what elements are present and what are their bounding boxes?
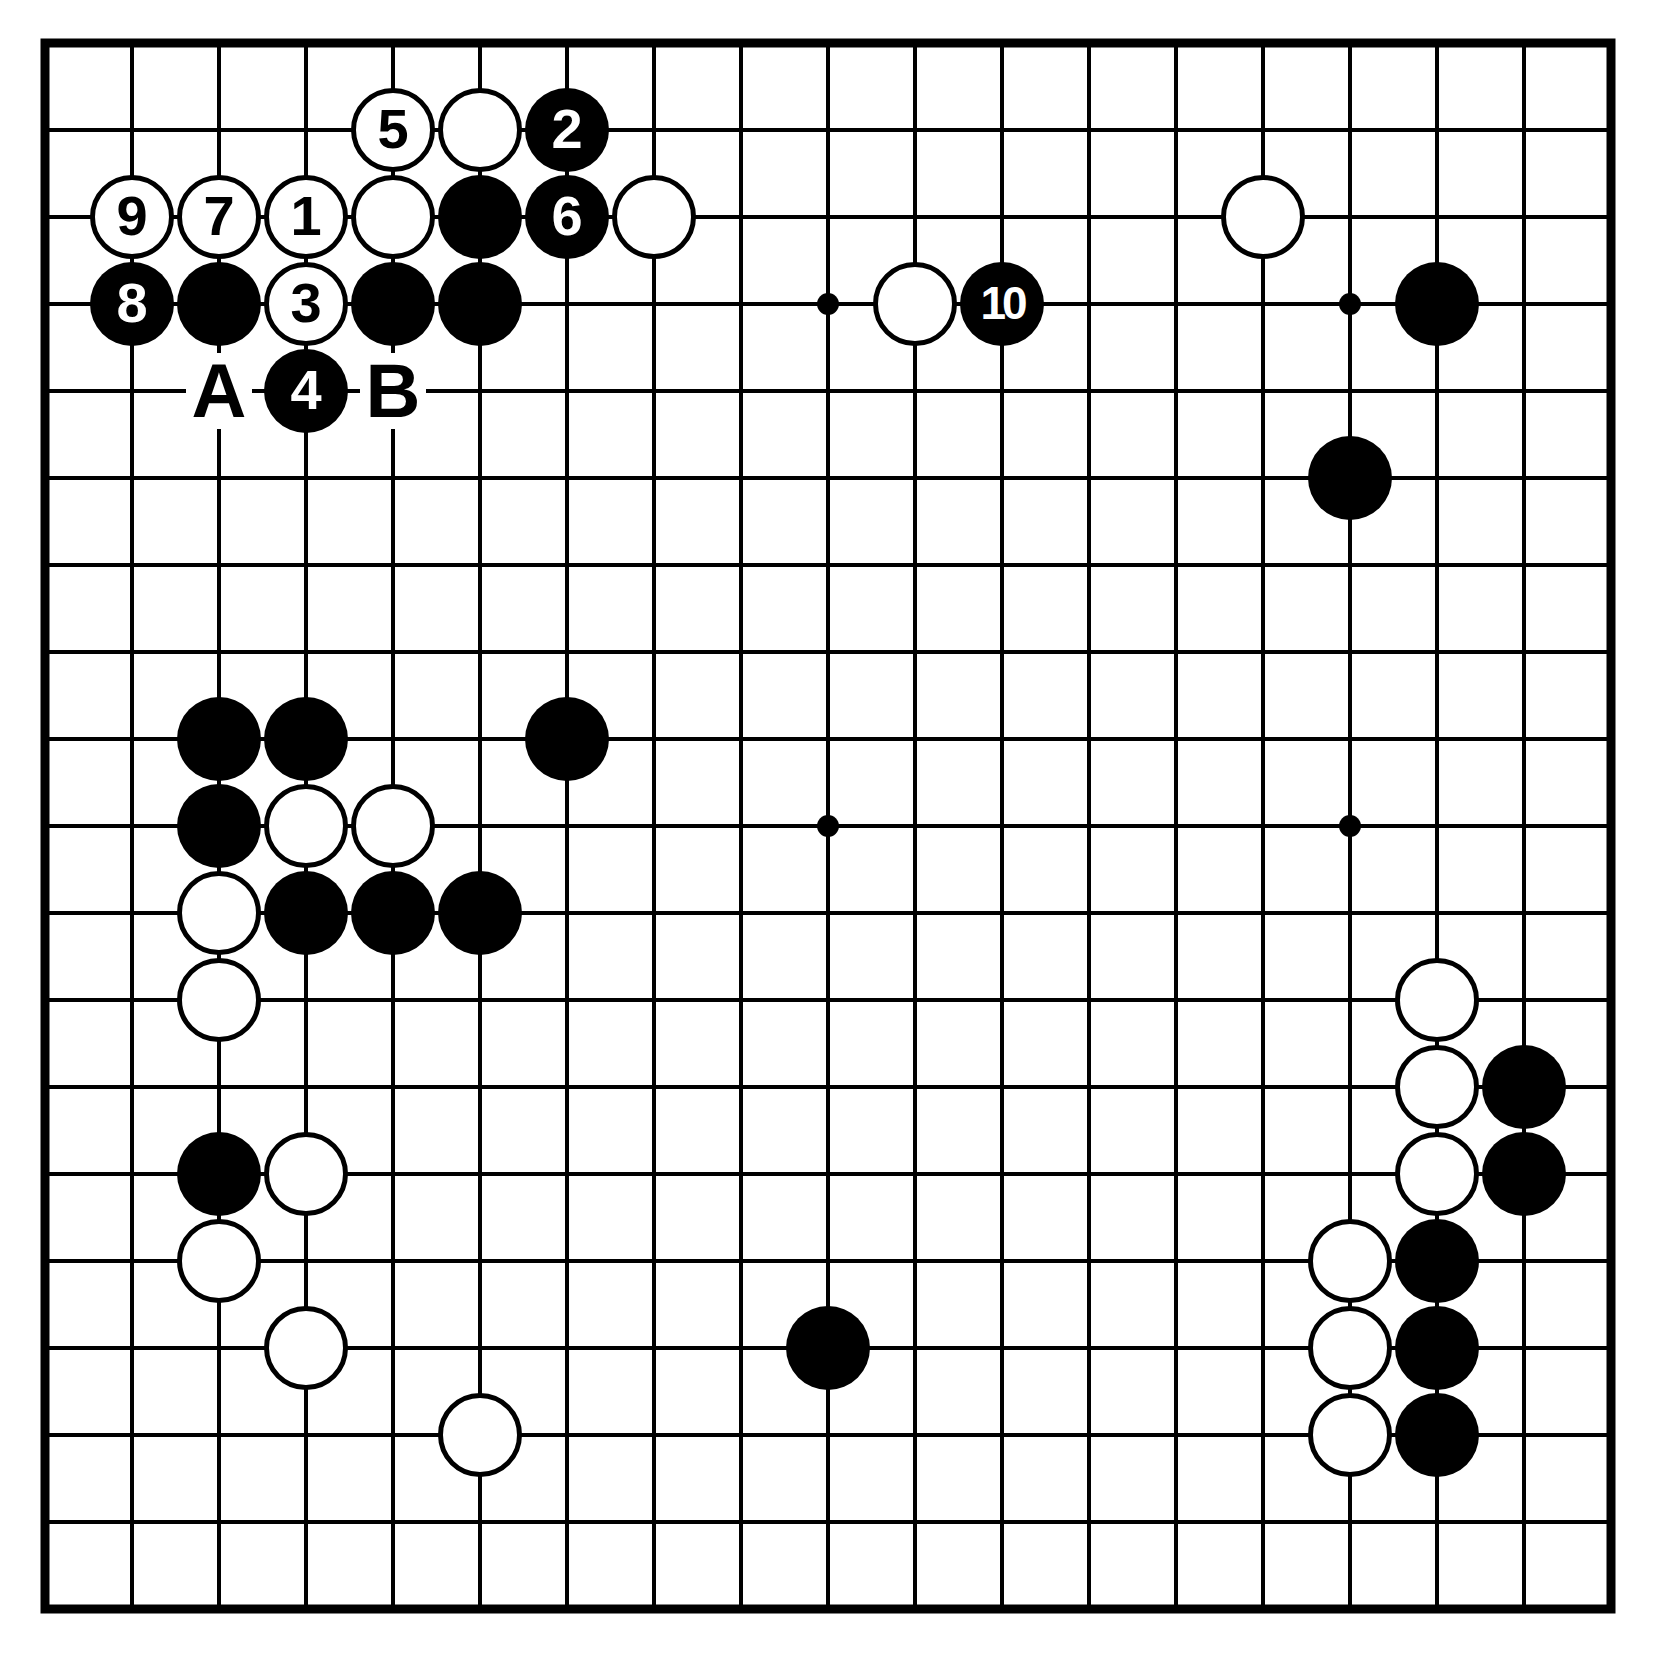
board-point-c13r4[interactable] <box>1046 261 1133 348</box>
board-point-c1r16[interactable] <box>2 1305 89 1392</box>
board-point-c1r6[interactable] <box>2 435 89 522</box>
board-point-c3r13[interactable] <box>176 1044 263 1131</box>
board-point-c16r9[interactable] <box>1307 696 1394 783</box>
board-point-c10r19[interactable] <box>785 1566 872 1653</box>
board-point-c17r6[interactable] <box>1394 435 1481 522</box>
board-point-c15r15[interactable] <box>1220 1218 1307 1305</box>
board-point-c15r12[interactable] <box>1220 957 1307 1044</box>
board-point-c12r11[interactable] <box>959 870 1046 957</box>
board-point-c18r7[interactable] <box>1481 522 1568 609</box>
board-point-c8r4[interactable] <box>611 261 698 348</box>
board-point-c14r5[interactable] <box>1133 348 1220 435</box>
board-point-c12r8[interactable] <box>959 609 1046 696</box>
board-point-c14r12[interactable] <box>1133 957 1220 1044</box>
board-point-c13r7[interactable] <box>1046 522 1133 609</box>
board-point-c6r5[interactable] <box>437 348 524 435</box>
board-point-c19r13[interactable] <box>1568 1044 1653 1131</box>
board-point-c11r11[interactable] <box>872 870 959 957</box>
board-point-c10r5[interactable] <box>785 348 872 435</box>
board-point-c9r19[interactable] <box>698 1566 785 1653</box>
board-point-c2r16[interactable] <box>89 1305 176 1392</box>
board-point-c1r3[interactable] <box>2 174 89 261</box>
board-point-c17r3[interactable] <box>1394 174 1481 261</box>
board-point-c17r9[interactable] <box>1394 696 1481 783</box>
board-point-c2r7[interactable] <box>89 522 176 609</box>
board-point-c14r9[interactable] <box>1133 696 1220 783</box>
board-point-c16r11[interactable] <box>1307 870 1394 957</box>
board-point-c11r9[interactable] <box>872 696 959 783</box>
board-point-c13r11[interactable] <box>1046 870 1133 957</box>
board-point-c16r14[interactable] <box>1307 1131 1394 1218</box>
board-point-c1r2[interactable] <box>2 87 89 174</box>
board-point-c2r2[interactable] <box>89 87 176 174</box>
board-point-c7r14[interactable] <box>524 1131 611 1218</box>
board-point-c7r16[interactable] <box>524 1305 611 1392</box>
board-point-c16r3[interactable] <box>1307 174 1394 261</box>
board-point-c6r1[interactable] <box>437 0 524 87</box>
board-point-c15r14[interactable] <box>1220 1131 1307 1218</box>
board-point-c10r4[interactable] <box>785 261 872 348</box>
board-point-c4r17[interactable] <box>263 1392 350 1479</box>
board-point-c9r7[interactable] <box>698 522 785 609</box>
board-point-c5r13[interactable] <box>350 1044 437 1131</box>
board-point-c14r1[interactable] <box>1133 0 1220 87</box>
board-point-c9r6[interactable] <box>698 435 785 522</box>
board-point-c19r18[interactable] <box>1568 1479 1653 1566</box>
board-point-c2r10[interactable] <box>89 783 176 870</box>
board-point-c7r15[interactable] <box>524 1218 611 1305</box>
board-point-c8r6[interactable] <box>611 435 698 522</box>
board-point-c11r8[interactable] <box>872 609 959 696</box>
board-point-c13r17[interactable] <box>1046 1392 1133 1479</box>
board-point-c19r17[interactable] <box>1568 1392 1653 1479</box>
board-point-c15r13[interactable] <box>1220 1044 1307 1131</box>
board-point-c11r10[interactable] <box>872 783 959 870</box>
board-point-c9r11[interactable] <box>698 870 785 957</box>
board-point-c14r17[interactable] <box>1133 1392 1220 1479</box>
board-point-c18r8[interactable] <box>1481 609 1568 696</box>
board-point-c5r19[interactable] <box>350 1566 437 1653</box>
board-point-c13r5[interactable] <box>1046 348 1133 435</box>
board-point-c7r13[interactable] <box>524 1044 611 1131</box>
board-point-c4r6[interactable] <box>263 435 350 522</box>
board-point-c11r17[interactable] <box>872 1392 959 1479</box>
board-point-c6r14[interactable] <box>437 1131 524 1218</box>
board-point-c17r19[interactable] <box>1394 1566 1481 1653</box>
board-point-c11r3[interactable] <box>872 174 959 261</box>
board-point-c10r6[interactable] <box>785 435 872 522</box>
board-point-c8r19[interactable] <box>611 1566 698 1653</box>
board-point-c16r10[interactable] <box>1307 783 1394 870</box>
board-point-c5r18[interactable] <box>350 1479 437 1566</box>
board-point-c8r2[interactable] <box>611 87 698 174</box>
board-point-c12r16[interactable] <box>959 1305 1046 1392</box>
board-point-c14r2[interactable] <box>1133 87 1220 174</box>
board-point-c12r19[interactable] <box>959 1566 1046 1653</box>
board-point-c19r11[interactable] <box>1568 870 1653 957</box>
board-point-c2r8[interactable] <box>89 609 176 696</box>
board-point-c1r17[interactable] <box>2 1392 89 1479</box>
board-point-c9r16[interactable] <box>698 1305 785 1392</box>
board-point-c2r13[interactable] <box>89 1044 176 1131</box>
board-point-c17r10[interactable] <box>1394 783 1481 870</box>
board-point-c7r8[interactable] <box>524 609 611 696</box>
board-point-c18r12[interactable] <box>1481 957 1568 1044</box>
board-point-c19r15[interactable] <box>1568 1218 1653 1305</box>
board-point-c2r11[interactable] <box>89 870 176 957</box>
board-point-c10r3[interactable] <box>785 174 872 261</box>
board-point-c8r11[interactable] <box>611 870 698 957</box>
board-point-c7r10[interactable] <box>524 783 611 870</box>
board-point-c6r12[interactable] <box>437 957 524 1044</box>
board-point-c13r2[interactable] <box>1046 87 1133 174</box>
board-point-c16r7[interactable] <box>1307 522 1394 609</box>
board-point-c1r10[interactable] <box>2 783 89 870</box>
board-point-c5r6[interactable] <box>350 435 437 522</box>
board-point-c12r3[interactable] <box>959 174 1046 261</box>
board-point-c16r18[interactable] <box>1307 1479 1394 1566</box>
board-point-c3r19[interactable] <box>176 1566 263 1653</box>
board-point-c11r5[interactable] <box>872 348 959 435</box>
board-point-c10r14[interactable] <box>785 1131 872 1218</box>
board-point-c1r5[interactable] <box>2 348 89 435</box>
board-point-c15r7[interactable] <box>1220 522 1307 609</box>
board-point-c10r17[interactable] <box>785 1392 872 1479</box>
board-point-c13r19[interactable] <box>1046 1566 1133 1653</box>
board-point-c15r5[interactable] <box>1220 348 1307 435</box>
board-point-c19r10[interactable] <box>1568 783 1653 870</box>
board-point-c13r10[interactable] <box>1046 783 1133 870</box>
board-point-c12r17[interactable] <box>959 1392 1046 1479</box>
board-point-c12r12[interactable] <box>959 957 1046 1044</box>
board-point-c8r13[interactable] <box>611 1044 698 1131</box>
board-point-c13r1[interactable] <box>1046 0 1133 87</box>
board-point-c11r19[interactable] <box>872 1566 959 1653</box>
board-point-c5r1[interactable] <box>350 0 437 87</box>
board-point-c12r1[interactable] <box>959 0 1046 87</box>
board-point-c14r19[interactable] <box>1133 1566 1220 1653</box>
board-point-c4r19[interactable] <box>263 1566 350 1653</box>
board-point-c19r8[interactable] <box>1568 609 1653 696</box>
board-point-c16r8[interactable] <box>1307 609 1394 696</box>
board-point-c2r1[interactable] <box>89 0 176 87</box>
board-point-c9r8[interactable] <box>698 609 785 696</box>
board-point-c5r16[interactable] <box>350 1305 437 1392</box>
board-point-c5r7[interactable] <box>350 522 437 609</box>
board-point-c5r5[interactable]: B <box>350 348 437 435</box>
board-point-c15r17[interactable] <box>1220 1392 1307 1479</box>
board-point-c11r14[interactable] <box>872 1131 959 1218</box>
board-point-c6r9[interactable] <box>437 696 524 783</box>
board-point-c15r18[interactable] <box>1220 1479 1307 1566</box>
board-point-c4r8[interactable] <box>263 609 350 696</box>
board-point-c18r1[interactable] <box>1481 0 1568 87</box>
board-point-c7r4[interactable] <box>524 261 611 348</box>
board-point-c10r8[interactable] <box>785 609 872 696</box>
board-point-c7r18[interactable] <box>524 1479 611 1566</box>
board-point-c11r2[interactable] <box>872 87 959 174</box>
board-point-c4r7[interactable] <box>263 522 350 609</box>
board-point-c18r9[interactable] <box>1481 696 1568 783</box>
board-point-c16r13[interactable] <box>1307 1044 1394 1131</box>
board-point-c18r3[interactable] <box>1481 174 1568 261</box>
board-point-c13r8[interactable] <box>1046 609 1133 696</box>
board-point-c2r19[interactable] <box>89 1566 176 1653</box>
board-point-c10r11[interactable] <box>785 870 872 957</box>
board-point-c13r9[interactable] <box>1046 696 1133 783</box>
point-label-A[interactable]: A <box>186 353 252 429</box>
board-point-c2r6[interactable] <box>89 435 176 522</box>
board-point-c17r18[interactable] <box>1394 1479 1481 1566</box>
board-point-c1r7[interactable] <box>2 522 89 609</box>
board-point-c13r15[interactable] <box>1046 1218 1133 1305</box>
board-point-c16r2[interactable] <box>1307 87 1394 174</box>
board-point-c1r12[interactable] <box>2 957 89 1044</box>
board-point-c7r5[interactable] <box>524 348 611 435</box>
board-point-c6r8[interactable] <box>437 609 524 696</box>
board-point-c4r15[interactable] <box>263 1218 350 1305</box>
board-point-c15r9[interactable] <box>1220 696 1307 783</box>
board-point-c15r11[interactable] <box>1220 870 1307 957</box>
board-point-c6r19[interactable] <box>437 1566 524 1653</box>
board-point-c5r12[interactable] <box>350 957 437 1044</box>
board-point-c3r7[interactable] <box>176 522 263 609</box>
board-point-c11r13[interactable] <box>872 1044 959 1131</box>
board-point-c15r2[interactable] <box>1220 87 1307 174</box>
board-point-c6r16[interactable] <box>437 1305 524 1392</box>
board-point-c6r15[interactable] <box>437 1218 524 1305</box>
board-point-c1r8[interactable] <box>2 609 89 696</box>
board-point-c11r12[interactable] <box>872 957 959 1044</box>
board-point-c5r9[interactable] <box>350 696 437 783</box>
board-point-c18r6[interactable] <box>1481 435 1568 522</box>
board-point-c19r9[interactable] <box>1568 696 1653 783</box>
board-point-c19r16[interactable] <box>1568 1305 1653 1392</box>
board-point-c15r10[interactable] <box>1220 783 1307 870</box>
board-point-c17r1[interactable] <box>1394 0 1481 87</box>
board-point-c15r4[interactable] <box>1220 261 1307 348</box>
board-point-c4r13[interactable] <box>263 1044 350 1131</box>
board-point-c7r12[interactable] <box>524 957 611 1044</box>
board-point-c3r2[interactable] <box>176 87 263 174</box>
board-point-c12r9[interactable] <box>959 696 1046 783</box>
board-point-c18r5[interactable] <box>1481 348 1568 435</box>
board-point-c19r19[interactable] <box>1568 1566 1653 1653</box>
board-point-c19r1[interactable] <box>1568 0 1653 87</box>
board-point-c12r10[interactable] <box>959 783 1046 870</box>
board-point-c9r13[interactable] <box>698 1044 785 1131</box>
board-point-c9r4[interactable] <box>698 261 785 348</box>
board-point-c8r9[interactable] <box>611 696 698 783</box>
board-point-c19r6[interactable] <box>1568 435 1653 522</box>
board-point-c19r12[interactable] <box>1568 957 1653 1044</box>
board-point-c3r8[interactable] <box>176 609 263 696</box>
board-point-c1r15[interactable] <box>2 1218 89 1305</box>
board-point-c9r3[interactable] <box>698 174 785 261</box>
board-point-c13r3[interactable] <box>1046 174 1133 261</box>
board-point-c14r6[interactable] <box>1133 435 1220 522</box>
board-point-c19r3[interactable] <box>1568 174 1653 261</box>
board-point-c16r5[interactable] <box>1307 348 1394 435</box>
board-point-c4r2[interactable] <box>263 87 350 174</box>
board-point-c5r14[interactable] <box>350 1131 437 1218</box>
board-point-c14r16[interactable] <box>1133 1305 1220 1392</box>
board-point-c4r1[interactable] <box>263 0 350 87</box>
board-point-c14r15[interactable] <box>1133 1218 1220 1305</box>
board-point-c5r8[interactable] <box>350 609 437 696</box>
board-point-c19r5[interactable] <box>1568 348 1653 435</box>
board-point-c12r14[interactable] <box>959 1131 1046 1218</box>
board-point-c8r15[interactable] <box>611 1218 698 1305</box>
board-point-c2r9[interactable] <box>89 696 176 783</box>
board-point-c8r18[interactable] <box>611 1479 698 1566</box>
board-point-c2r18[interactable] <box>89 1479 176 1566</box>
board-point-c9r12[interactable] <box>698 957 785 1044</box>
board-point-c1r14[interactable] <box>2 1131 89 1218</box>
board-point-c16r1[interactable] <box>1307 0 1394 87</box>
board-point-c12r6[interactable] <box>959 435 1046 522</box>
board-point-c11r15[interactable] <box>872 1218 959 1305</box>
board-point-c14r10[interactable] <box>1133 783 1220 870</box>
board-point-c13r18[interactable] <box>1046 1479 1133 1566</box>
board-point-c1r9[interactable] <box>2 696 89 783</box>
board-point-c9r18[interactable] <box>698 1479 785 1566</box>
board-point-c8r1[interactable] <box>611 0 698 87</box>
board-point-c19r14[interactable] <box>1568 1131 1653 1218</box>
board-point-c1r19[interactable] <box>2 1566 89 1653</box>
board-point-c8r12[interactable] <box>611 957 698 1044</box>
board-point-c9r1[interactable] <box>698 0 785 87</box>
board-point-c16r4[interactable] <box>1307 261 1394 348</box>
board-point-c11r7[interactable] <box>872 522 959 609</box>
board-point-c13r14[interactable] <box>1046 1131 1133 1218</box>
board-point-c12r5[interactable] <box>959 348 1046 435</box>
board-point-c3r17[interactable] <box>176 1392 263 1479</box>
board-point-c14r8[interactable] <box>1133 609 1220 696</box>
board-point-c2r17[interactable] <box>89 1392 176 1479</box>
board-point-c8r14[interactable] <box>611 1131 698 1218</box>
board-point-c1r11[interactable] <box>2 870 89 957</box>
board-point-c18r17[interactable] <box>1481 1392 1568 1479</box>
board-point-c9r9[interactable] <box>698 696 785 783</box>
board-point-c11r16[interactable] <box>872 1305 959 1392</box>
board-point-c10r1[interactable] <box>785 0 872 87</box>
board-point-c10r18[interactable] <box>785 1479 872 1566</box>
board-point-c7r7[interactable] <box>524 522 611 609</box>
board-point-c2r5[interactable] <box>89 348 176 435</box>
board-point-c3r6[interactable] <box>176 435 263 522</box>
board-point-c2r15[interactable] <box>89 1218 176 1305</box>
board-point-c3r18[interactable] <box>176 1479 263 1566</box>
board-point-c13r6[interactable] <box>1046 435 1133 522</box>
board-point-c8r8[interactable] <box>611 609 698 696</box>
board-point-c14r7[interactable] <box>1133 522 1220 609</box>
board-point-c13r12[interactable] <box>1046 957 1133 1044</box>
board-point-c4r12[interactable] <box>263 957 350 1044</box>
board-point-c10r15[interactable] <box>785 1218 872 1305</box>
board-point-c6r13[interactable] <box>437 1044 524 1131</box>
board-point-c18r2[interactable] <box>1481 87 1568 174</box>
board-point-c8r7[interactable] <box>611 522 698 609</box>
board-point-c9r2[interactable] <box>698 87 785 174</box>
board-point-c6r6[interactable] <box>437 435 524 522</box>
board-point-c13r13[interactable] <box>1046 1044 1133 1131</box>
board-point-c18r19[interactable] <box>1481 1566 1568 1653</box>
board-point-c7r1[interactable] <box>524 0 611 87</box>
board-point-c7r11[interactable] <box>524 870 611 957</box>
board-point-c16r12[interactable] <box>1307 957 1394 1044</box>
board-point-c16r19[interactable] <box>1307 1566 1394 1653</box>
board-point-c9r5[interactable] <box>698 348 785 435</box>
board-point-c2r14[interactable] <box>89 1131 176 1218</box>
board-point-c3r5[interactable]: A <box>176 348 263 435</box>
board-point-c11r18[interactable] <box>872 1479 959 1566</box>
board-point-c18r16[interactable] <box>1481 1305 1568 1392</box>
board-point-c9r14[interactable] <box>698 1131 785 1218</box>
board-point-c15r6[interactable] <box>1220 435 1307 522</box>
board-point-c1r4[interactable] <box>2 261 89 348</box>
board-point-c8r16[interactable] <box>611 1305 698 1392</box>
board-point-c15r19[interactable] <box>1220 1566 1307 1653</box>
board-point-c8r10[interactable] <box>611 783 698 870</box>
board-point-c15r1[interactable] <box>1220 0 1307 87</box>
board-point-c15r16[interactable] <box>1220 1305 1307 1392</box>
board-point-c9r15[interactable] <box>698 1218 785 1305</box>
board-point-c14r3[interactable] <box>1133 174 1220 261</box>
board-point-c9r17[interactable] <box>698 1392 785 1479</box>
board-point-c3r1[interactable] <box>176 0 263 87</box>
board-point-c13r16[interactable] <box>1046 1305 1133 1392</box>
board-point-c6r18[interactable] <box>437 1479 524 1566</box>
board-point-c17r2[interactable] <box>1394 87 1481 174</box>
board-point-c18r18[interactable] <box>1481 1479 1568 1566</box>
board-point-c14r18[interactable] <box>1133 1479 1220 1566</box>
board-point-c11r6[interactable] <box>872 435 959 522</box>
board-point-c6r7[interactable] <box>437 522 524 609</box>
board-point-c17r8[interactable] <box>1394 609 1481 696</box>
board-point-c8r17[interactable] <box>611 1392 698 1479</box>
board-point-c10r2[interactable] <box>785 87 872 174</box>
board-point-c2r12[interactable] <box>89 957 176 1044</box>
board-point-c12r15[interactable] <box>959 1218 1046 1305</box>
board-point-c10r12[interactable] <box>785 957 872 1044</box>
board-point-c12r2[interactable] <box>959 87 1046 174</box>
board-point-c12r7[interactable] <box>959 522 1046 609</box>
board-point-c1r1[interactable] <box>2 0 89 87</box>
board-point-c19r7[interactable] <box>1568 522 1653 609</box>
board-point-c9r10[interactable] <box>698 783 785 870</box>
board-point-c17r5[interactable] <box>1394 348 1481 435</box>
board-point-c7r17[interactable] <box>524 1392 611 1479</box>
board-point-c3r16[interactable] <box>176 1305 263 1392</box>
board-point-c11r1[interactable] <box>872 0 959 87</box>
board-point-c18r15[interactable] <box>1481 1218 1568 1305</box>
board-point-c17r11[interactable] <box>1394 870 1481 957</box>
board-point-c6r10[interactable] <box>437 783 524 870</box>
board-point-c12r18[interactable] <box>959 1479 1046 1566</box>
board-point-c17r7[interactable] <box>1394 522 1481 609</box>
board-point-c12r13[interactable] <box>959 1044 1046 1131</box>
board-point-c14r11[interactable] <box>1133 870 1220 957</box>
board-point-c18r10[interactable] <box>1481 783 1568 870</box>
board-point-c14r4[interactable] <box>1133 261 1220 348</box>
board-point-c18r4[interactable] <box>1481 261 1568 348</box>
board-point-c19r4[interactable] <box>1568 261 1653 348</box>
board-point-c19r2[interactable] <box>1568 87 1653 174</box>
board-point-c18r11[interactable] <box>1481 870 1568 957</box>
board-point-c10r10[interactable] <box>785 783 872 870</box>
board-point-c15r8[interactable] <box>1220 609 1307 696</box>
